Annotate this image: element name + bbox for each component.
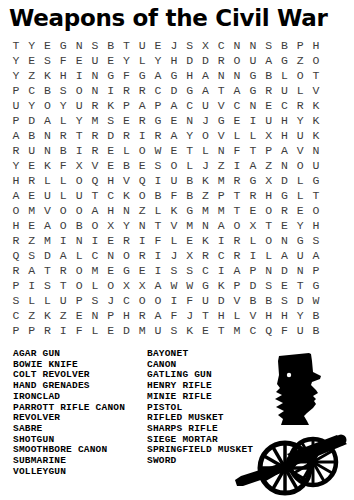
grid-cell: A <box>8 128 24 143</box>
grid-cell: O <box>308 203 324 218</box>
grid-cell: A <box>166 128 182 143</box>
grid-cell: V <box>308 83 324 98</box>
grid-cell: E <box>119 113 135 128</box>
grid-cell: J <box>182 308 198 323</box>
grid-cell: E <box>103 233 119 248</box>
grid-cell: D <box>182 53 198 68</box>
grid-cell: U <box>198 98 214 113</box>
grid-cell: L <box>24 293 40 308</box>
grid-cell: Y <box>8 158 24 173</box>
grid-cell: H <box>213 308 229 323</box>
grid-cell: N <box>229 38 245 53</box>
grid-cell: H <box>166 53 182 68</box>
grid-cell: Y <box>24 98 40 113</box>
grid-cell: I <box>87 233 103 248</box>
grid-cell: S <box>166 263 182 278</box>
grid-cell: G <box>213 113 229 128</box>
grid-cell: N <box>87 68 103 83</box>
grid-cell: E <box>71 308 87 323</box>
grid-cell: O <box>119 248 135 263</box>
grid-cell: Y <box>24 38 40 53</box>
puzzle-title: Weapons of the Civil War <box>9 5 328 31</box>
grid-cell: G <box>277 53 293 68</box>
grid-cell: R <box>245 188 261 203</box>
grid-cell: O <box>134 143 150 158</box>
word-list-item: VOLLEYGUN <box>13 467 125 478</box>
grid-cell: T <box>119 38 135 53</box>
grid-cell: L <box>229 128 245 143</box>
grid-cell: D <box>198 53 214 68</box>
grid-cell: K <box>166 203 182 218</box>
grid-cell: O <box>261 203 277 218</box>
grid-cell: L <box>292 188 308 203</box>
grid-cell: R <box>134 248 150 263</box>
grid-cell: W <box>166 278 182 293</box>
grid-cell: L <box>40 173 56 188</box>
grid-cell: G <box>166 68 182 83</box>
grid-cell: X <box>261 128 277 143</box>
grid-cell: F <box>150 233 166 248</box>
grid-cell: V <box>292 143 308 158</box>
grid-cell: A <box>87 203 103 218</box>
grid-cell: S <box>87 38 103 53</box>
grid-cell: U <box>308 158 324 173</box>
grid-cell: E <box>103 53 119 68</box>
grid-cell: L <box>40 293 56 308</box>
grid-cell: T <box>55 278 71 293</box>
grid-cell: S <box>40 53 56 68</box>
grid-cell: G <box>182 203 198 218</box>
grid-cell: S <box>150 158 166 173</box>
grid-cell: O <box>55 203 71 218</box>
grid-cell: O <box>292 68 308 83</box>
grid-cell: A <box>213 218 229 233</box>
grid-cell: H <box>119 308 135 323</box>
grid-cell: E <box>292 203 308 218</box>
grid-cell: D <box>24 113 40 128</box>
grid-cell: I <box>134 233 150 248</box>
grid-cell: H <box>8 173 24 188</box>
grid-cell: N <box>198 218 214 233</box>
grid-cell: T <box>308 68 324 83</box>
grid-cell: N <box>40 143 56 158</box>
word-list-item: MINIE RIFLE <box>147 392 253 403</box>
grid-cell: Z <box>198 188 214 203</box>
grid-cell: A <box>229 83 245 98</box>
grid-cell: B <box>308 308 324 323</box>
grid-cell: I <box>103 83 119 98</box>
grid-cell: A <box>229 263 245 278</box>
grid-cell: X <box>182 248 198 263</box>
grid-cell: E <box>229 113 245 128</box>
grid-cell: G <box>277 188 293 203</box>
grid-cell: P <box>213 188 229 203</box>
grid-cell: S <box>40 278 56 293</box>
grid-cell: O <box>71 278 87 293</box>
grid-cell: R <box>134 83 150 98</box>
grid-cell: L <box>245 233 261 248</box>
grid-cell: I <box>71 143 87 158</box>
grid-cell: R <box>40 323 56 338</box>
grid-cell: K <box>308 98 324 113</box>
grid-cell: N <box>119 203 135 218</box>
grid-cell: L <box>292 173 308 188</box>
grid-cell: J <box>198 113 214 128</box>
grid-cell: G <box>245 83 261 98</box>
grid-cell: Z <box>261 158 277 173</box>
grid-cell: D <box>40 248 56 263</box>
grid-cell: C <box>150 83 166 98</box>
grid-cell: F <box>277 323 293 338</box>
grid-cell: B <box>277 38 293 53</box>
grid-cell: H <box>182 68 198 83</box>
grid-cell: T <box>40 263 56 278</box>
grid-cell: L <box>87 323 103 338</box>
grid-cell: G <box>134 68 150 83</box>
grid-cell: G <box>182 83 198 98</box>
grid-cell: L <box>119 143 135 158</box>
grid-cell: S <box>182 38 198 53</box>
grid-cell: O <box>71 263 87 278</box>
grid-cell: C <box>277 98 293 113</box>
grid-cell: E <box>24 53 40 68</box>
grid-cell: O <box>308 53 324 68</box>
grid-cell: L <box>245 128 261 143</box>
grid-cell: A <box>8 188 24 203</box>
grid-cell: T <box>198 308 214 323</box>
grid-cell: N <box>71 38 87 53</box>
grid-cell: E <box>150 38 166 53</box>
grid-cell: G <box>308 173 324 188</box>
grid-cell: P <box>119 98 135 113</box>
grid-cell: S <box>166 323 182 338</box>
grid-cell: F <box>182 293 198 308</box>
grid-cell: C <box>103 188 119 203</box>
word-list-item: IRONCLAD <box>13 392 125 403</box>
grid-cell: S <box>308 233 324 248</box>
grid-cell: A <box>261 53 277 68</box>
grid-cell: I <box>245 113 261 128</box>
grid-cell: X <box>198 38 214 53</box>
grid-cell: U <box>245 53 261 68</box>
grid-cell: R <box>24 173 40 188</box>
grid-cell: N <box>134 218 150 233</box>
grid-cell: C <box>182 98 198 113</box>
grid-cell: S <box>103 113 119 128</box>
grid-cell: H <box>277 128 293 143</box>
grid-cell: I <box>213 263 229 278</box>
grid-cell: J <box>166 248 182 263</box>
grid-cell: H <box>308 218 324 233</box>
grid-cell: N <box>87 83 103 98</box>
grid-cell: U <box>292 248 308 263</box>
grid-cell: N <box>71 233 87 248</box>
grid-cell: P <box>8 323 24 338</box>
grid-cell: R <box>134 308 150 323</box>
grid-cell: R <box>134 113 150 128</box>
grid-cell: R <box>8 233 24 248</box>
grid-cell: L <box>198 143 214 158</box>
grid-cell: Y <box>150 53 166 68</box>
grid-cell: E <box>261 98 277 113</box>
grid-cell: I <box>150 248 166 263</box>
grid-cell: K <box>40 308 56 323</box>
grid-cell: Y <box>182 128 198 143</box>
grid-cell: P <box>308 263 324 278</box>
grid-cell: T <box>71 128 87 143</box>
grid-cell: H <box>308 38 324 53</box>
grid-cell: N <box>213 68 229 83</box>
grid-cell: C <box>87 248 103 263</box>
grid-cell: Q <box>261 323 277 338</box>
grid-cell: T <box>229 188 245 203</box>
grid-cell: S <box>182 263 198 278</box>
grid-cell: T <box>229 203 245 218</box>
grid-cell: N <box>277 233 293 248</box>
grid-cell: I <box>71 68 87 83</box>
grid-cell: R <box>87 143 103 158</box>
grid-cell: O <box>71 203 87 218</box>
cannon-muzzle <box>336 435 347 446</box>
grid-cell: E <box>103 323 119 338</box>
grid-cell: Y <box>119 53 135 68</box>
grid-cell: E <box>277 278 293 293</box>
grid-cell: A <box>308 248 324 263</box>
grid-cell: M <box>87 263 103 278</box>
grid-cell: B <box>182 173 198 188</box>
grid-cell: E <box>166 143 182 158</box>
grid-cell: M <box>198 203 214 218</box>
grid-cell: N <box>182 113 198 128</box>
grid-cell: P <box>292 38 308 53</box>
grid-cell: E <box>103 143 119 158</box>
grid-cell: E <box>198 323 214 338</box>
grid-cell: B <box>261 293 277 308</box>
grid-cell: S <box>55 83 71 98</box>
grid-cell: N <box>245 98 261 113</box>
grid-cell: R <box>277 203 293 218</box>
grid-cell: P <box>103 308 119 323</box>
grid-cell: C <box>119 293 135 308</box>
grid-cell: Q <box>134 173 150 188</box>
grid-cell: D <box>213 293 229 308</box>
grid-cell: T <box>308 188 324 203</box>
grid-cell: D <box>103 128 119 143</box>
grid-cell: O <box>87 218 103 233</box>
grid-cell: P <box>8 83 24 98</box>
grid-cell: Z <box>292 53 308 68</box>
grid-cell: U <box>166 173 182 188</box>
grid-cell: I <box>150 263 166 278</box>
grid-cell: X <box>245 218 261 233</box>
grid-cell: K <box>182 323 198 338</box>
grid-cell: X <box>119 278 135 293</box>
grid-cell: Z <box>55 308 71 323</box>
grid-cell: O <box>8 203 24 218</box>
grid-cell: P <box>150 98 166 113</box>
grid-cell: L <box>261 248 277 263</box>
grid-cell: A <box>55 248 71 263</box>
grid-cell: M <box>213 173 229 188</box>
grid-cell: K <box>40 68 56 83</box>
grid-cell: K <box>198 173 214 188</box>
grid-cell: U <box>55 293 71 308</box>
grid-cell: A <box>40 218 56 233</box>
grid-cell: M <box>40 233 56 248</box>
grid-cell: L <box>166 233 182 248</box>
grid-cell: N <box>40 128 56 143</box>
grid-cell: T <box>182 143 198 158</box>
grid-cell: E <box>166 113 182 128</box>
grid-cell: R <box>55 263 71 278</box>
grid-cell: W <box>182 278 198 293</box>
grid-cell: B <box>150 188 166 203</box>
grid-cell: F <box>166 308 182 323</box>
grid-cell: B <box>103 38 119 53</box>
grid-cell: P <box>24 323 40 338</box>
grid-cell: N <box>87 308 103 323</box>
grid-cell: U <box>134 38 150 53</box>
grid-cell: D <box>245 278 261 293</box>
grid-cell: M <box>134 323 150 338</box>
grid-cell: M <box>213 203 229 218</box>
grid-cell: I <box>166 293 182 308</box>
grid-cell: R <box>119 128 135 143</box>
grid-cell: W <box>150 143 166 158</box>
grid-cell: M <box>229 323 245 338</box>
grid-cell: V <box>229 293 245 308</box>
grid-cell: A <box>134 98 150 113</box>
grid-cell: A <box>24 263 40 278</box>
grid-cell: A <box>198 83 214 98</box>
grid-cell: T <box>213 323 229 338</box>
grid-cell: A <box>166 98 182 113</box>
grid-cell: V <box>166 218 182 233</box>
grid-cell: L <box>292 83 308 98</box>
grid-cell: O <box>71 173 87 188</box>
grid-cell: N <box>308 143 324 158</box>
grid-cell: N <box>245 38 261 53</box>
grid-cell: S <box>8 293 24 308</box>
grid-cell: B <box>71 218 87 233</box>
grid-cell: T <box>150 218 166 233</box>
grid-cell: A <box>150 308 166 323</box>
grid-cell: N <box>213 143 229 158</box>
grid-cell: E <box>24 218 40 233</box>
grid-cell: A <box>198 68 214 83</box>
grid-cell: R <box>229 233 245 248</box>
grid-cell: V <box>119 173 135 188</box>
grid-cell: B <box>261 68 277 83</box>
grid-cell: N <box>292 263 308 278</box>
grid-cell: D <box>277 263 293 278</box>
grid-cell: L <box>87 278 103 293</box>
grid-cell: W <box>308 293 324 308</box>
grid-cell: H <box>261 188 277 203</box>
grid-cell: U <box>198 293 214 308</box>
grid-cell: Y <box>119 218 135 233</box>
grid-cell: O <box>150 293 166 308</box>
grid-cell: R <box>119 83 135 98</box>
grid-cell: R <box>229 173 245 188</box>
grid-cell: K <box>119 188 135 203</box>
grid-cell: K <box>40 158 56 173</box>
grid-cell: K <box>308 128 324 143</box>
grid-cell: R <box>119 233 135 248</box>
grid-cell: R <box>150 128 166 143</box>
grid-cell: F <box>119 68 135 83</box>
grid-cell: A <box>277 143 293 158</box>
grid-cell: P <box>8 113 24 128</box>
grid-cell: S <box>87 293 103 308</box>
grid-cell: M <box>182 218 198 233</box>
grid-cell: K <box>103 98 119 113</box>
grid-cell: S <box>261 38 277 53</box>
grid-cell: T <box>213 83 229 98</box>
grid-cell: L <box>229 308 245 323</box>
grid-cell: O <box>229 218 245 233</box>
grid-cell: C <box>198 263 214 278</box>
grid-cell: L <box>134 53 150 68</box>
grid-cell: O <box>166 158 182 173</box>
grid-cell: N <box>103 248 119 263</box>
grid-cell: R <box>87 98 103 113</box>
grid-cell: S <box>24 248 40 263</box>
grid-cell: X <box>261 173 277 188</box>
grid-cell: F <box>55 158 71 173</box>
grid-cell: D <box>277 173 293 188</box>
grid-cell: B <box>40 83 56 98</box>
grid-cell: X <box>103 218 119 233</box>
grid-cell: C <box>213 248 229 263</box>
grid-cell: G <box>245 173 261 188</box>
grid-cell: H <box>103 173 119 188</box>
soldier-head-silhouette <box>271 351 323 425</box>
grid-cell: U <box>150 323 166 338</box>
grid-cell: G <box>245 68 261 83</box>
grid-cell: U <box>40 188 56 203</box>
grid-cell: N <box>229 68 245 83</box>
grid-cell: R <box>213 53 229 68</box>
grid-cell: H <box>8 218 24 233</box>
grid-cell: H <box>277 308 293 323</box>
grid-cell: T <box>87 188 103 203</box>
grid-cell: E <box>24 188 40 203</box>
grid-cell: E <box>245 203 261 218</box>
grid-cell: A <box>150 68 166 83</box>
grid-cell: R <box>87 128 103 143</box>
grid-cell: Q <box>87 173 103 188</box>
grid-cell: B <box>55 143 71 158</box>
grid-cell: A <box>150 278 166 293</box>
grid-cell: K <box>198 233 214 248</box>
grid-cell: P <box>245 263 261 278</box>
grid-cell: C <box>213 38 229 53</box>
grid-cell: U <box>277 83 293 98</box>
grid-cell: A <box>277 248 293 263</box>
grid-cell: Q <box>8 248 24 263</box>
grid-cell: U <box>71 188 87 203</box>
grid-cell: O <box>134 188 150 203</box>
grid-cell: E <box>103 263 119 278</box>
grid-cell: J <box>198 158 214 173</box>
grid-cell: Z <box>24 68 40 83</box>
grid-cell: F <box>166 188 182 203</box>
word-search-grid: TYEGNSBTUEJSXCNNSBPHYESFEUEYLYHDDROUAGZO… <box>8 38 324 338</box>
grid-cell: C <box>229 98 245 113</box>
grid-cell: I <box>229 158 245 173</box>
grid-cell: T <box>8 38 24 53</box>
